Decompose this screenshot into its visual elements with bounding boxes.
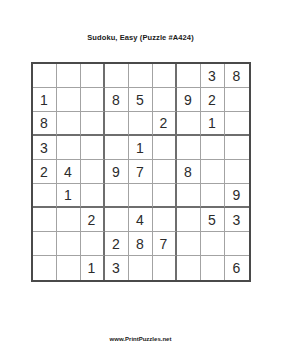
- cell-r1c1[interactable]: [33, 64, 57, 88]
- cell-r7c7[interactable]: [177, 208, 201, 232]
- cell-r8c1[interactable]: [33, 232, 57, 256]
- cell-r5c1[interactable]: 2: [33, 160, 57, 184]
- cell-r3c1[interactable]: 8: [33, 112, 57, 136]
- cell-r7c1[interactable]: [33, 208, 57, 232]
- cell-r7c9[interactable]: 3: [225, 208, 249, 232]
- cell-r9c8[interactable]: [201, 256, 225, 280]
- cell-r3c9[interactable]: [225, 112, 249, 136]
- cell-r2c3[interactable]: [81, 88, 105, 112]
- cell-r9c6[interactable]: [153, 256, 177, 280]
- cell-r8c2[interactable]: [57, 232, 81, 256]
- cell-r6c7[interactable]: [177, 184, 201, 208]
- cell-r6c5[interactable]: [129, 184, 153, 208]
- cell-r3c6[interactable]: 2: [153, 112, 177, 136]
- cell-r4c9[interactable]: [225, 136, 249, 160]
- cell-r8c3[interactable]: [81, 232, 105, 256]
- cell-r4c7[interactable]: [177, 136, 201, 160]
- cell-r9c5[interactable]: [129, 256, 153, 280]
- cell-r1c7[interactable]: [177, 64, 201, 88]
- sudoku-grid: 38185928213124978192453287136: [31, 62, 251, 282]
- page-title: Sudoku, Easy (Puzzle #A424): [0, 33, 281, 42]
- cell-r4c6[interactable]: [153, 136, 177, 160]
- cell-r3c4[interactable]: [105, 112, 129, 136]
- cell-r6c6[interactable]: [153, 184, 177, 208]
- cell-r5c8[interactable]: [201, 160, 225, 184]
- cell-r5c9[interactable]: [225, 160, 249, 184]
- cell-r3c5[interactable]: [129, 112, 153, 136]
- cell-r9c4[interactable]: 3: [105, 256, 129, 280]
- cell-r2c4[interactable]: 8: [105, 88, 129, 112]
- cell-r8c6[interactable]: 7: [153, 232, 177, 256]
- cell-r3c8[interactable]: 1: [201, 112, 225, 136]
- cell-r8c4[interactable]: 2: [105, 232, 129, 256]
- cell-r5c2[interactable]: 4: [57, 160, 81, 184]
- cell-r7c5[interactable]: 4: [129, 208, 153, 232]
- cell-r5c5[interactable]: 7: [129, 160, 153, 184]
- cell-r2c1[interactable]: 1: [33, 88, 57, 112]
- cell-r5c6[interactable]: [153, 160, 177, 184]
- cell-r7c2[interactable]: [57, 208, 81, 232]
- cell-r6c1[interactable]: [33, 184, 57, 208]
- cell-r4c1[interactable]: 3: [33, 136, 57, 160]
- cell-r2c9[interactable]: [225, 88, 249, 112]
- cell-r8c7[interactable]: [177, 232, 201, 256]
- cell-r7c3[interactable]: 2: [81, 208, 105, 232]
- cell-r7c8[interactable]: 5: [201, 208, 225, 232]
- cell-r4c5[interactable]: 1: [129, 136, 153, 160]
- cell-r6c8[interactable]: [201, 184, 225, 208]
- cell-r8c8[interactable]: [201, 232, 225, 256]
- cell-r3c2[interactable]: [57, 112, 81, 136]
- cell-r2c2[interactable]: [57, 88, 81, 112]
- cell-r5c3[interactable]: [81, 160, 105, 184]
- cell-r1c2[interactable]: [57, 64, 81, 88]
- sudoku-page: Sudoku, Easy (Puzzle #A424) 381859282131…: [0, 0, 281, 363]
- cell-r1c9[interactable]: 8: [225, 64, 249, 88]
- cell-r1c5[interactable]: [129, 64, 153, 88]
- cell-r1c3[interactable]: [81, 64, 105, 88]
- cell-r2c6[interactable]: [153, 88, 177, 112]
- cell-r6c9[interactable]: 9: [225, 184, 249, 208]
- cell-r5c7[interactable]: 8: [177, 160, 201, 184]
- cell-r6c3[interactable]: [81, 184, 105, 208]
- cell-r1c4[interactable]: [105, 64, 129, 88]
- cell-r7c4[interactable]: [105, 208, 129, 232]
- cell-r2c5[interactable]: 5: [129, 88, 153, 112]
- cell-r8c9[interactable]: [225, 232, 249, 256]
- cell-r9c1[interactable]: [33, 256, 57, 280]
- cell-r7c6[interactable]: [153, 208, 177, 232]
- cell-r6c4[interactable]: [105, 184, 129, 208]
- cell-r1c8[interactable]: 3: [201, 64, 225, 88]
- cell-r2c8[interactable]: 2: [201, 88, 225, 112]
- cell-r9c9[interactable]: 6: [225, 256, 249, 280]
- cell-r1c6[interactable]: [153, 64, 177, 88]
- cell-r3c7[interactable]: [177, 112, 201, 136]
- cell-r9c7[interactable]: [177, 256, 201, 280]
- cell-r8c5[interactable]: 8: [129, 232, 153, 256]
- cell-r9c2[interactable]: [57, 256, 81, 280]
- cell-r4c3[interactable]: [81, 136, 105, 160]
- cell-r2c7[interactable]: 9: [177, 88, 201, 112]
- cell-r4c2[interactable]: [57, 136, 81, 160]
- cell-r6c2[interactable]: 1: [57, 184, 81, 208]
- cell-r5c4[interactable]: 9: [105, 160, 129, 184]
- cell-r9c3[interactable]: 1: [81, 256, 105, 280]
- cell-r3c3[interactable]: [81, 112, 105, 136]
- footer-url: www.PrintPuzzles.net: [0, 336, 281, 342]
- sudoku-board: 38185928213124978192453287136: [31, 62, 251, 282]
- cell-r4c4[interactable]: [105, 136, 129, 160]
- cell-r4c8[interactable]: [201, 136, 225, 160]
